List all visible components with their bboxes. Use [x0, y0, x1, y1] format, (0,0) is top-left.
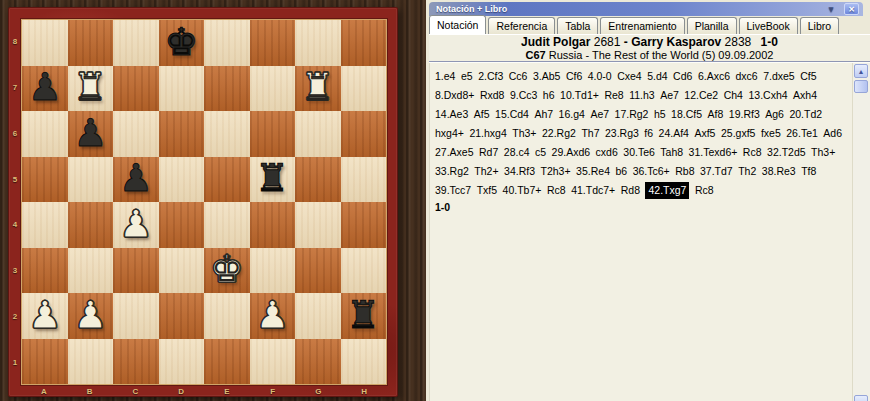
rank-label-3: 3 [9, 248, 21, 294]
move-token[interactable]: 11.h3 [629, 87, 655, 104]
move-token[interactable]: 8.Dxd8+ [435, 87, 474, 104]
file-label-c: C [113, 385, 159, 398]
move-token[interactable]: 32.T2d5 [767, 144, 806, 161]
square-h1[interactable] [341, 339, 387, 385]
file-label-f: F [250, 385, 296, 398]
square-f5[interactable]: ♜ [250, 157, 296, 203]
rank-label-2: 2 [9, 294, 21, 340]
piece-black-rook[interactable]: ♜ [346, 296, 380, 334]
players-separator: - [624, 35, 628, 49]
square-c5[interactable]: ♟ [113, 157, 159, 203]
piece-black-pawn[interactable]: ♟ [73, 114, 107, 152]
black-player-name: Garry Kasparov [631, 35, 721, 49]
square-a8[interactable] [22, 20, 68, 66]
square-a7[interactable]: ♟ [22, 66, 68, 112]
scrollbar-thumb[interactable] [854, 80, 868, 93]
piece-black-rook[interactable]: ♜ [255, 159, 289, 197]
tab-bar: NotaciónReferenciaTablaEntrenamientoPlan… [429, 16, 870, 34]
square-d8[interactable]: ♚ [159, 20, 205, 66]
move-token[interactable]: hxg4+ [435, 125, 464, 142]
square-d5[interactable] [159, 157, 205, 203]
square-e5[interactable] [204, 157, 250, 203]
square-h8[interactable] [341, 20, 387, 66]
piece-white-pawn[interactable]: ♟ [119, 205, 153, 243]
square-c6[interactable] [113, 111, 159, 157]
square-a4[interactable] [22, 202, 68, 248]
move-token[interactable]: Th7 [581, 125, 599, 142]
piece-black-pawn[interactable]: ♟ [28, 68, 62, 106]
square-h5[interactable] [341, 157, 387, 203]
square-h3[interactable] [341, 248, 387, 294]
move-token[interactable]: 24.Af4 [659, 125, 689, 142]
scrollbar-up-button[interactable]: ▲ [854, 64, 868, 78]
rank-labels: 87654321 [9, 19, 21, 385]
piece-white-king[interactable]: ♚ [210, 250, 244, 288]
current-move[interactable]: 42.Txg7 [645, 182, 689, 199]
square-f1[interactable] [250, 339, 296, 385]
move-token[interactable]: 19.Rf3 [729, 106, 760, 123]
tab-planilla[interactable]: Planilla [687, 17, 737, 34]
close-button[interactable]: ✕ [844, 3, 859, 15]
rank-label-1: 1 [9, 339, 21, 385]
square-a1[interactable] [22, 339, 68, 385]
move-token[interactable]: Rb8 [675, 163, 694, 180]
square-b6[interactable]: ♟ [68, 111, 114, 157]
eco-code: C67 [526, 49, 546, 61]
square-h6[interactable] [341, 111, 387, 157]
square-g7[interactable]: ♜ [295, 66, 341, 112]
piece-black-pawn[interactable]: ♟ [119, 159, 153, 197]
move-token[interactable]: Ae7 [590, 106, 609, 123]
move-token[interactable]: Cxe4 [617, 68, 642, 85]
square-f8[interactable] [250, 20, 296, 66]
square-d1[interactable] [159, 339, 205, 385]
move-token[interactable]: Th3+ [512, 125, 536, 142]
square-g4[interactable] [295, 202, 341, 248]
rank-label-4: 4 [9, 202, 21, 248]
piece-white-pawn[interactable]: ♟ [28, 296, 62, 334]
board-frame: ♚♟♜♜♟♟♜♟♚♟♟♟♜ 87654321 ABCDEFGH [8, 7, 398, 397]
square-b8[interactable] [68, 20, 114, 66]
move-token[interactable]: 18.Cf5 [671, 106, 702, 123]
move-token[interactable]: dxc6 [735, 68, 757, 85]
scrollbar-down-button[interactable]: ▼ [854, 395, 868, 401]
square-h4[interactable] [341, 202, 387, 248]
square-a6[interactable] [22, 111, 68, 157]
move-token[interactable]: 28.c4 [504, 144, 530, 161]
move-token[interactable]: Ag6 [765, 106, 784, 123]
square-e8[interactable] [204, 20, 250, 66]
white-player-elo: 2681 [594, 35, 621, 49]
square-d2[interactable] [159, 293, 205, 339]
move-token[interactable]: 6.Axc6 [698, 68, 730, 85]
move-token[interactable]: fxe5 [761, 125, 781, 142]
black-player-elo: 2838 [725, 35, 752, 49]
square-e4[interactable] [204, 202, 250, 248]
square-a5[interactable] [22, 157, 68, 203]
piece-black-king[interactable]: ♚ [164, 23, 198, 61]
scrollbar-track[interactable]: ▲ ▼ [852, 63, 870, 401]
tab-libro[interactable]: Libro [800, 17, 839, 34]
move-token[interactable]: Tah8 [660, 144, 683, 161]
move-token[interactable]: 7.dxe5 [763, 68, 795, 85]
square-e3[interactable]: ♚ [204, 248, 250, 294]
square-g1[interactable] [295, 339, 341, 385]
move-token[interactable]: 34.Rf3 [504, 163, 535, 180]
move-token[interactable]: h6 [543, 87, 555, 104]
move-token[interactable]: Th3+ [811, 144, 835, 161]
move-token[interactable]: Txf5 [477, 182, 497, 199]
tab-referencia[interactable]: Referencia [488, 17, 555, 34]
rank-label-5: 5 [9, 156, 21, 202]
square-d6[interactable] [159, 111, 205, 157]
players-line: Judit Polgar 2681 - Garry Kasparov 2838 … [429, 35, 870, 49]
move-token[interactable]: 16.g4 [559, 106, 585, 123]
move-token[interactable]: 37.Td7 [700, 163, 733, 180]
move-token[interactable]: 26.Te1 [786, 125, 818, 142]
move-token[interactable]: 9.Cc3 [510, 87, 537, 104]
square-c4[interactable]: ♟ [113, 202, 159, 248]
move-token[interactable]: Re8 [604, 87, 623, 104]
move-token[interactable]: 31.Texd6+ [689, 144, 738, 161]
pane-menu-chevron-icon[interactable]: ▾ [824, 2, 838, 16]
move-token[interactable]: 5.d4 [647, 68, 667, 85]
move-token[interactable]: Rc8 [743, 144, 762, 161]
move-token[interactable]: 35.Re4 [576, 163, 610, 180]
move-token[interactable]: 40.Tb7+ [503, 182, 542, 199]
tab-entrenamiento[interactable]: Entrenamiento [600, 17, 684, 34]
square-b4[interactable] [68, 202, 114, 248]
square-g2[interactable] [295, 293, 341, 339]
titlebar[interactable]: Notación + Libro ▾ ✕ [429, 2, 863, 16]
move-token[interactable]: Ad6 [823, 125, 842, 142]
move-token[interactable]: Rc8 [695, 182, 714, 199]
move-token[interactable]: Cf6 [566, 68, 582, 85]
move-token[interactable]: Th2+ [474, 163, 498, 180]
tab-livebook[interactable]: LiveBook [739, 17, 798, 34]
square-c1[interactable] [113, 339, 159, 385]
move-token[interactable]: Cc6 [509, 68, 528, 85]
square-g6[interactable] [295, 111, 341, 157]
move-token[interactable]: 25.gxf5 [721, 125, 755, 142]
square-b7[interactable]: ♜ [68, 66, 114, 112]
move-token[interactable]: 12.Ce2 [684, 87, 718, 104]
square-g3[interactable] [295, 248, 341, 294]
move-list: 1.e4e52.Cf3Cc63.Ab5Cf64.0-0Cxe45.d4Cd66.… [435, 66, 850, 199]
move-token[interactable]: Ah7 [534, 106, 553, 123]
move-token[interactable]: Rd7 [479, 144, 498, 161]
tab-tabla[interactable]: Tabla [557, 17, 598, 34]
file-label-d: D [158, 385, 204, 398]
move-token[interactable]: Ch4 [724, 87, 743, 104]
chessbase-window: ♚♟♜♜♟♟♜♟♚♟♟♟♜ 87654321 ABCDEFGH Notación… [0, 0, 870, 401]
move-token[interactable]: 14.Ae3 [435, 106, 468, 123]
game-header: Judit Polgar 2681 - Garry Kasparov 2838 … [429, 34, 870, 62]
move-token[interactable]: 4.0-0 [588, 68, 612, 85]
square-h2[interactable]: ♜ [341, 293, 387, 339]
square-f4[interactable] [250, 202, 296, 248]
piece-white-pawn[interactable]: ♟ [73, 296, 107, 334]
move-token[interactable]: f6 [644, 125, 653, 142]
tab-notacion[interactable]: Notación [429, 15, 486, 34]
board-panel: ♚♟♜♜♟♟♜♟♚♟♟♟♜ 87654321 ABCDEFGH [0, 0, 426, 401]
square-e7[interactable] [204, 66, 250, 112]
move-token[interactable]: h5 [654, 106, 666, 123]
move-token[interactable]: Axf5 [694, 125, 715, 142]
move-token[interactable]: 17.Rg2 [615, 106, 649, 123]
move-token[interactable]: 29.Axd6 [552, 144, 591, 161]
square-d3[interactable] [159, 248, 205, 294]
notation-panel: Notación + Libro ▾ ✕ NotaciónReferenciaT… [426, 0, 870, 401]
move-token[interactable]: Rxd8 [480, 87, 505, 104]
move-token[interactable]: Th2 [738, 163, 756, 180]
rank-label-8: 8 [9, 19, 21, 65]
square-d4[interactable] [159, 202, 205, 248]
move-token[interactable]: cxd6 [596, 144, 618, 161]
move-token[interactable]: 36.Tc6+ [633, 163, 670, 180]
square-c2[interactable] [113, 293, 159, 339]
square-g8[interactable] [295, 20, 341, 66]
square-f6[interactable] [250, 111, 296, 157]
move-token[interactable]: Ae7 [660, 87, 679, 104]
rank-label-7: 7 [9, 65, 21, 111]
file-label-a: A [21, 385, 67, 398]
move-token[interactable]: T2h3+ [541, 163, 571, 180]
file-labels: ABCDEFGH [21, 385, 387, 398]
move-token[interactable]: 15.Cd4 [495, 106, 529, 123]
notation-pane[interactable]: 1.e4e52.Cf3Cc63.Ab5Cf64.0-0Cxe45.d4Cd66.… [429, 61, 870, 401]
move-token[interactable]: 23.Rg3 [605, 125, 639, 142]
move-token[interactable]: 41.Tdc7+ [571, 182, 615, 199]
move-token[interactable]: 1.e4 [435, 68, 455, 85]
titlebar-title: Notación + Libro [436, 4, 507, 14]
move-token[interactable]: 38.Re3 [762, 163, 796, 180]
move-token[interactable]: 22.Rg2 [542, 125, 576, 142]
move-token[interactable]: Rc8 [547, 182, 566, 199]
move-token[interactable]: 33.Rg2 [435, 163, 469, 180]
move-token[interactable]: 3.Ab5 [533, 68, 560, 85]
result-line: 1-0 [435, 199, 850, 216]
square-f3[interactable] [250, 248, 296, 294]
move-token[interactable]: 20.Td2 [789, 106, 822, 123]
square-e2[interactable] [204, 293, 250, 339]
piece-white-rook[interactable]: ♜ [73, 68, 107, 106]
square-e6[interactable] [204, 111, 250, 157]
move-token[interactable]: 27.Axe5 [435, 144, 474, 161]
move-token[interactable]: Af8 [708, 106, 724, 123]
square-f7[interactable] [250, 66, 296, 112]
move-token[interactable]: 13.Cxh4 [748, 87, 787, 104]
file-label-b: B [67, 385, 113, 398]
move-token[interactable]: Cd6 [673, 68, 692, 85]
square-f2[interactable]: ♟ [250, 293, 296, 339]
square-b5[interactable] [68, 157, 114, 203]
white-player-name: Judit Polgar [521, 35, 590, 49]
square-d7[interactable] [159, 66, 205, 112]
move-token[interactable]: 10.Td1+ [560, 87, 599, 104]
move-token[interactable]: 21.hxg4 [469, 125, 506, 142]
piece-white-pawn[interactable]: ♟ [255, 296, 289, 334]
square-a2[interactable]: ♟ [22, 293, 68, 339]
chess-board: ♚♟♜♜♟♟♜♟♚♟♟♟♜ [21, 19, 387, 385]
move-token[interactable]: 30.Te6 [623, 144, 655, 161]
event-name: Russia - The Rest of the World (5) 09.09… [549, 49, 774, 61]
move-token[interactable]: Axh4 [793, 87, 817, 104]
square-c8[interactable] [113, 20, 159, 66]
move-token[interactable]: e5 [461, 68, 473, 85]
move-token[interactable]: b6 [615, 163, 627, 180]
square-e1[interactable] [204, 339, 250, 385]
file-label-e: E [204, 385, 250, 398]
rank-label-6: 6 [9, 111, 21, 157]
move-token[interactable]: Tf8 [801, 163, 816, 180]
game-result: 1-0 [761, 35, 778, 49]
move-token[interactable]: Af5 [474, 106, 490, 123]
piece-white-rook[interactable]: ♜ [301, 68, 335, 106]
square-c3[interactable] [113, 248, 159, 294]
move-token[interactable]: c5 [535, 144, 546, 161]
move-token[interactable]: 2.Cf3 [478, 68, 503, 85]
file-label-h: H [341, 385, 387, 398]
square-g5[interactable] [295, 157, 341, 203]
square-b1[interactable] [68, 339, 114, 385]
square-b3[interactable] [68, 248, 114, 294]
move-token[interactable]: Rd8 [621, 182, 640, 199]
file-label-g: G [296, 385, 342, 398]
move-token[interactable]: Cf5 [800, 68, 816, 85]
square-h7[interactable] [341, 66, 387, 112]
move-token[interactable]: 39.Tcc7 [435, 182, 471, 199]
square-b2[interactable]: ♟ [68, 293, 114, 339]
square-c7[interactable] [113, 66, 159, 112]
square-a3[interactable] [22, 248, 68, 294]
